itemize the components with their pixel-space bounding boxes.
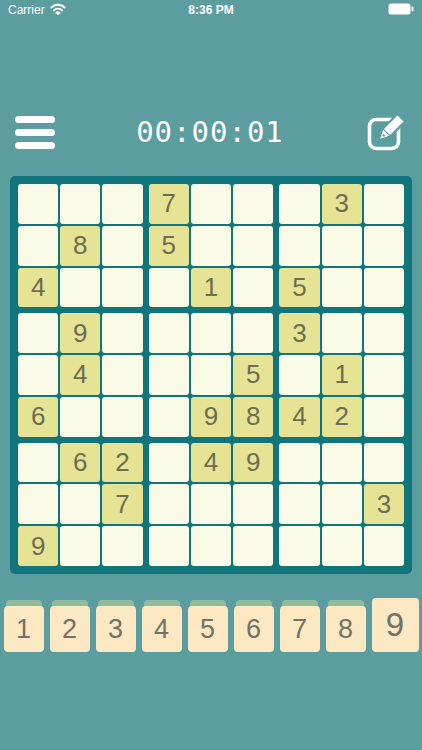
numpad-key-label: 6 bbox=[234, 606, 274, 652]
cell-r4c8[interactable] bbox=[322, 313, 362, 353]
cell-r2c8[interactable] bbox=[322, 226, 362, 266]
status-bar: Carrier 8:36 PM bbox=[0, 0, 422, 20]
cell-r8c5[interactable] bbox=[191, 484, 231, 524]
numpad-key-label: 2 bbox=[50, 606, 90, 652]
numpad-key-2[interactable]: 2 bbox=[50, 606, 90, 652]
sudoku-box-5: 598 bbox=[149, 313, 274, 436]
cell-r7c6[interactable]: 9 bbox=[233, 443, 273, 483]
header-bar: 00:00:01 bbox=[0, 108, 422, 156]
sudoku-box-4: 946 bbox=[18, 313, 143, 436]
cell-r9c3[interactable] bbox=[102, 526, 142, 566]
cell-r7c1[interactable] bbox=[18, 443, 58, 483]
cell-r3c5[interactable]: 1 bbox=[191, 268, 231, 308]
cell-r2c4[interactable]: 5 bbox=[149, 226, 189, 266]
cell-r3c2[interactable] bbox=[60, 268, 100, 308]
hamburger-bar bbox=[15, 116, 55, 123]
numpad-key-1[interactable]: 1 bbox=[4, 606, 44, 652]
cell-r3c1[interactable]: 4 bbox=[18, 268, 58, 308]
cell-r8c9[interactable]: 3 bbox=[364, 484, 404, 524]
cell-r8c3[interactable]: 7 bbox=[102, 484, 142, 524]
cell-r9c1[interactable]: 9 bbox=[18, 526, 58, 566]
cell-r9c9[interactable] bbox=[364, 526, 404, 566]
cell-r1c1[interactable] bbox=[18, 184, 58, 224]
cell-r8c7[interactable] bbox=[279, 484, 319, 524]
edit-pencil-button[interactable] bbox=[365, 111, 407, 153]
cell-r6c1[interactable]: 6 bbox=[18, 397, 58, 437]
wifi-icon bbox=[50, 3, 66, 18]
numpad-key-label: 7 bbox=[280, 606, 320, 652]
sudoku-app-screen: Carrier 8:36 PM bbox=[0, 0, 422, 750]
cell-r2c2[interactable]: 8 bbox=[60, 226, 100, 266]
sudoku-box-2: 751 bbox=[149, 184, 274, 307]
cell-r5c4[interactable] bbox=[149, 355, 189, 395]
cell-r7c7[interactable] bbox=[279, 443, 319, 483]
cell-r4c9[interactable] bbox=[364, 313, 404, 353]
carrier-label: Carrier bbox=[8, 3, 45, 17]
cell-r7c4[interactable] bbox=[149, 443, 189, 483]
cell-r8c2[interactable] bbox=[60, 484, 100, 524]
cell-r9c7[interactable] bbox=[279, 526, 319, 566]
cell-r6c9[interactable] bbox=[364, 397, 404, 437]
cell-r2c7[interactable] bbox=[279, 226, 319, 266]
cell-r8c6[interactable] bbox=[233, 484, 273, 524]
cell-r4c3[interactable] bbox=[102, 313, 142, 353]
cell-r7c5[interactable]: 4 bbox=[191, 443, 231, 483]
cell-r2c9[interactable] bbox=[364, 226, 404, 266]
cell-r3c3[interactable] bbox=[102, 268, 142, 308]
cell-r8c4[interactable] bbox=[149, 484, 189, 524]
cell-r8c8[interactable] bbox=[322, 484, 362, 524]
cell-r5c7[interactable] bbox=[279, 355, 319, 395]
numpad-key-label: 5 bbox=[188, 606, 228, 652]
cell-r7c3[interactable]: 2 bbox=[102, 443, 142, 483]
cell-r3c8[interactable] bbox=[322, 268, 362, 308]
cell-r4c2[interactable]: 9 bbox=[60, 313, 100, 353]
cell-r1c8[interactable]: 3 bbox=[322, 184, 362, 224]
cell-r4c1[interactable] bbox=[18, 313, 58, 353]
battery-icon bbox=[388, 3, 414, 18]
sudoku-box-3: 35 bbox=[279, 184, 404, 307]
numpad-key-8[interactable]: 8 bbox=[326, 606, 366, 652]
cell-r6c4[interactable] bbox=[149, 397, 189, 437]
sudoku-board: 847513594659831426279493 bbox=[10, 176, 412, 574]
hamburger-bar bbox=[15, 142, 55, 149]
cell-r5c3[interactable] bbox=[102, 355, 142, 395]
cell-r6c3[interactable] bbox=[102, 397, 142, 437]
cell-r6c7[interactable]: 4 bbox=[279, 397, 319, 437]
cell-r1c5[interactable] bbox=[191, 184, 231, 224]
cell-r3c4[interactable] bbox=[149, 268, 189, 308]
cell-r7c9[interactable] bbox=[364, 443, 404, 483]
cell-r4c5[interactable] bbox=[191, 313, 231, 353]
cell-r3c9[interactable] bbox=[364, 268, 404, 308]
cell-r2c3[interactable] bbox=[102, 226, 142, 266]
cell-r1c7[interactable] bbox=[279, 184, 319, 224]
sudoku-box-9: 3 bbox=[279, 443, 404, 566]
cell-r9c6[interactable] bbox=[233, 526, 273, 566]
cell-r6c5[interactable]: 9 bbox=[191, 397, 231, 437]
sudoku-box-7: 6279 bbox=[18, 443, 143, 566]
cell-r7c8[interactable] bbox=[322, 443, 362, 483]
numpad-key-6[interactable]: 6 bbox=[234, 606, 274, 652]
cell-r5c2[interactable]: 4 bbox=[60, 355, 100, 395]
sudoku-box-6: 3142 bbox=[279, 313, 404, 436]
cell-r9c4[interactable] bbox=[149, 526, 189, 566]
cell-r3c7[interactable]: 5 bbox=[279, 268, 319, 308]
numpad-key-4[interactable]: 4 bbox=[142, 606, 182, 652]
cell-r6c2[interactable] bbox=[60, 397, 100, 437]
compose-edit-icon bbox=[365, 111, 407, 153]
cell-r2c5[interactable] bbox=[191, 226, 231, 266]
cell-r2c6[interactable] bbox=[233, 226, 273, 266]
numpad-key-9[interactable]: 9 bbox=[372, 598, 419, 652]
cell-r9c2[interactable] bbox=[60, 526, 100, 566]
cell-r1c2[interactable] bbox=[60, 184, 100, 224]
cell-r5c1[interactable] bbox=[18, 355, 58, 395]
cell-r5c5[interactable] bbox=[191, 355, 231, 395]
numpad-key-label: 8 bbox=[326, 606, 366, 652]
cell-r1c4[interactable]: 7 bbox=[149, 184, 189, 224]
cell-r9c5[interactable] bbox=[191, 526, 231, 566]
numpad-key-label: 9 bbox=[372, 598, 419, 652]
game-timer: 00:00:01 bbox=[136, 115, 284, 149]
cell-r4c4[interactable] bbox=[149, 313, 189, 353]
sudoku-box-1: 84 bbox=[18, 184, 143, 307]
cell-r6c8[interactable]: 2 bbox=[322, 397, 362, 437]
cell-r1c9[interactable] bbox=[364, 184, 404, 224]
sudoku-box-8: 49 bbox=[149, 443, 274, 566]
number-pad: 123456789 bbox=[0, 598, 422, 652]
cell-r5c6[interactable]: 5 bbox=[233, 355, 273, 395]
hamburger-bar bbox=[15, 129, 55, 136]
cell-r1c6[interactable] bbox=[233, 184, 273, 224]
cell-r4c6[interactable] bbox=[233, 313, 273, 353]
cell-r9c8[interactable] bbox=[322, 526, 362, 566]
cell-r3c6[interactable] bbox=[233, 268, 273, 308]
cell-r5c8[interactable]: 1 bbox=[322, 355, 362, 395]
cell-r7c2[interactable]: 6 bbox=[60, 443, 100, 483]
hamburger-menu-button[interactable] bbox=[15, 116, 55, 149]
numpad-key-label: 1 bbox=[4, 606, 44, 652]
numpad-key-5[interactable]: 5 bbox=[188, 606, 228, 652]
numpad-key-label: 3 bbox=[96, 606, 136, 652]
cell-r1c3[interactable] bbox=[102, 184, 142, 224]
numpad-key-label: 4 bbox=[142, 606, 182, 652]
cell-r4c7[interactable]: 3 bbox=[279, 313, 319, 353]
numpad-key-3[interactable]: 3 bbox=[96, 606, 136, 652]
cell-r6c6[interactable]: 8 bbox=[233, 397, 273, 437]
cell-r5c9[interactable] bbox=[364, 355, 404, 395]
cell-r2c1[interactable] bbox=[18, 226, 58, 266]
numpad-key-7[interactable]: 7 bbox=[280, 606, 320, 652]
cell-r8c1[interactable] bbox=[18, 484, 58, 524]
